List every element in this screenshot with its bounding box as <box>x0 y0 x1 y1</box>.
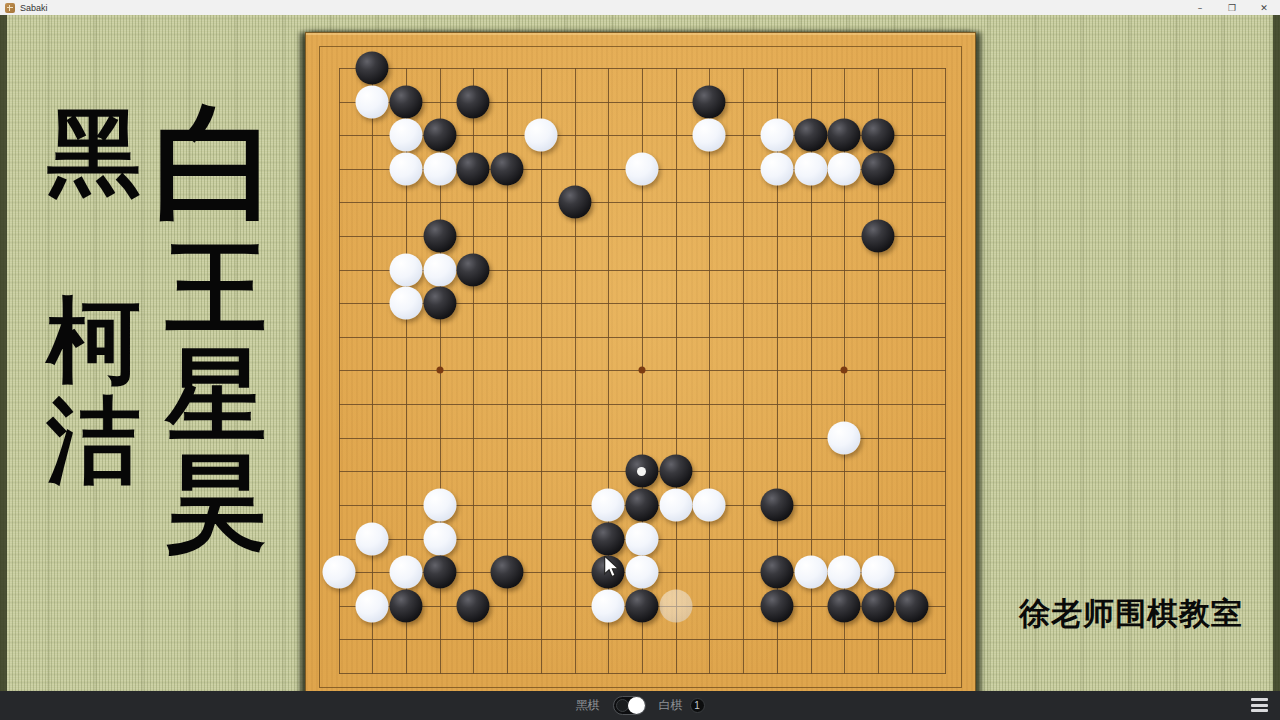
stone-black[interactable] <box>693 85 726 118</box>
stone-white[interactable] <box>389 253 422 286</box>
classroom-watermark: 徐老师围棋教室 <box>1000 593 1262 635</box>
stone-black[interactable] <box>862 152 895 185</box>
minimize-button[interactable]: – <box>1184 0 1216 15</box>
window-title: Sabaki <box>20 3 48 13</box>
stone-black[interactable] <box>625 455 658 488</box>
stone-black[interactable] <box>457 253 490 286</box>
stone-white[interactable] <box>389 556 422 589</box>
stone-white[interactable] <box>828 556 861 589</box>
sabaki-app-icon <box>5 3 15 13</box>
stone-black[interactable] <box>389 85 422 118</box>
stone-black[interactable] <box>895 589 928 622</box>
stone-black[interactable] <box>457 85 490 118</box>
window-controls: – ❐ ✕ <box>1184 0 1280 15</box>
stone-white[interactable] <box>625 556 658 589</box>
stone-white[interactable] <box>693 119 726 152</box>
grid-line <box>339 202 947 203</box>
grid-line <box>339 68 947 69</box>
stone-black[interactable] <box>760 488 793 521</box>
stone-black[interactable] <box>625 589 658 622</box>
white-stone-knob-icon <box>628 697 645 714</box>
titlebar: Sabaki – ❐ ✕ <box>0 0 1280 15</box>
white-name-char: 昊 <box>150 449 282 556</box>
star-point <box>841 367 848 374</box>
stone-black[interactable] <box>423 119 456 152</box>
stone-black[interactable] <box>592 556 625 589</box>
stone-black[interactable] <box>356 52 389 85</box>
stone-white[interactable] <box>693 488 726 521</box>
stone-white[interactable] <box>423 253 456 286</box>
stone-white[interactable] <box>389 152 422 185</box>
stone-white[interactable] <box>760 119 793 152</box>
stone-black[interactable] <box>457 589 490 622</box>
grid-line <box>339 404 947 405</box>
stone-black[interactable] <box>389 589 422 622</box>
stone-black[interactable] <box>491 152 524 185</box>
stone-white[interactable] <box>423 522 456 555</box>
close-button[interactable]: ✕ <box>1248 0 1280 15</box>
grid-line <box>339 337 947 338</box>
stone-white[interactable] <box>592 589 625 622</box>
white-capture-badge: 1 <box>690 698 705 713</box>
stone-black[interactable] <box>828 119 861 152</box>
grid-line <box>339 639 947 640</box>
stone-white[interactable] <box>524 119 557 152</box>
stone-white[interactable] <box>862 556 895 589</box>
stone-white[interactable] <box>659 488 692 521</box>
maximize-button[interactable]: ❐ <box>1216 0 1248 15</box>
stone-black[interactable] <box>423 287 456 320</box>
stone-white[interactable] <box>794 152 827 185</box>
stone-black[interactable] <box>760 556 793 589</box>
stone-white[interactable] <box>794 556 827 589</box>
stone-white[interactable] <box>389 119 422 152</box>
stone-white[interactable] <box>625 522 658 555</box>
stone-white[interactable] <box>423 488 456 521</box>
menu-hamburger-icon[interactable] <box>1251 698 1268 712</box>
white-player-column: 白 王 星 昊 <box>150 93 282 556</box>
last-move-marker <box>637 467 646 476</box>
stone-white[interactable] <box>625 152 658 185</box>
stone-black[interactable] <box>457 152 490 185</box>
turn-toggle[interactable] <box>613 696 646 715</box>
stone-white[interactable] <box>423 152 456 185</box>
stone-black[interactable] <box>862 220 895 253</box>
stone-white[interactable] <box>828 152 861 185</box>
board-lattice[interactable] <box>339 68 947 674</box>
white-label: 白 <box>150 93 282 235</box>
white-turn-label: 白棋 <box>659 697 683 714</box>
stone-black[interactable] <box>558 186 591 219</box>
stone-black[interactable] <box>794 119 827 152</box>
right-edge-shadow <box>1273 15 1280 691</box>
stone-white[interactable] <box>592 488 625 521</box>
stone-black[interactable] <box>828 589 861 622</box>
tatami-background: 白 王 星 昊 黑 柯 洁 徐老师围棋教室 <box>0 15 1280 691</box>
black-name-char: 柯 <box>36 291 152 391</box>
white-name-char: 星 <box>150 342 282 449</box>
stone-black[interactable] <box>862 119 895 152</box>
stone-white[interactable] <box>760 152 793 185</box>
stone-black[interactable] <box>491 556 524 589</box>
stone-black[interactable] <box>862 589 895 622</box>
stone-black[interactable] <box>760 589 793 622</box>
go-board[interactable] <box>305 32 976 704</box>
star-point <box>436 367 443 374</box>
black-turn-label: 黑棋 <box>576 697 600 714</box>
bottom-toolbar: 黑棋 白棋 1 <box>0 691 1280 720</box>
stone-white[interactable] <box>389 287 422 320</box>
stone-white[interactable] <box>828 421 861 454</box>
black-name-char: 洁 <box>36 391 152 491</box>
ghost-stone[interactable] <box>659 589 692 622</box>
black-stone-icon <box>616 699 629 712</box>
black-label: 黑 <box>36 103 152 203</box>
white-name-char: 王 <box>150 235 282 342</box>
black-player-column: 黑 柯 洁 <box>36 103 152 491</box>
stone-white[interactable] <box>356 522 389 555</box>
stone-white[interactable] <box>356 589 389 622</box>
stone-white[interactable] <box>356 85 389 118</box>
stone-black[interactable] <box>423 556 456 589</box>
stone-black[interactable] <box>592 522 625 555</box>
grid-line <box>339 102 947 103</box>
grid-line <box>339 673 947 674</box>
star-point <box>638 367 645 374</box>
stone-black[interactable] <box>659 455 692 488</box>
turn-indicator-group: 黑棋 白棋 1 <box>576 696 705 715</box>
stone-black[interactable] <box>625 488 658 521</box>
stone-black[interactable] <box>423 220 456 253</box>
stone-white[interactable] <box>322 556 355 589</box>
left-edge-shadow <box>0 15 7 691</box>
